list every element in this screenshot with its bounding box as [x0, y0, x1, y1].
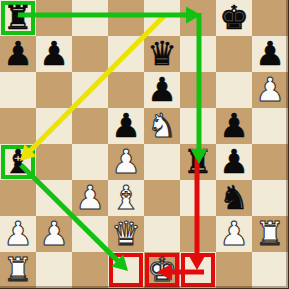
- square-c6[interactable]: [72, 72, 108, 108]
- white-pawn-g2[interactable]: ♟: [216, 216, 252, 252]
- white-rook-h2[interactable]: ♜: [252, 216, 288, 252]
- square-c2[interactable]: [72, 216, 108, 252]
- square-h5[interactable]: [252, 108, 288, 144]
- black-rook-a8[interactable]: ♜: [0, 0, 36, 36]
- square-f7[interactable]: [180, 36, 216, 72]
- square-b3[interactable]: [36, 180, 72, 216]
- highlight-box-d1: [109, 253, 143, 287]
- black-pawn-g4[interactable]: ♟: [216, 144, 252, 180]
- square-c5[interactable]: [72, 108, 108, 144]
- square-d7[interactable]: [108, 36, 144, 72]
- square-h8[interactable]: [252, 0, 288, 36]
- black-pawn-a7[interactable]: ♟: [0, 36, 36, 72]
- square-f3[interactable]: [180, 180, 216, 216]
- black-king-g8[interactable]: ♚: [216, 0, 252, 36]
- white-pawn-a2[interactable]: ♟: [0, 216, 36, 252]
- square-e2[interactable]: [144, 216, 180, 252]
- square-e3[interactable]: [144, 180, 180, 216]
- square-a5[interactable]: [0, 108, 36, 144]
- highlight-box-f1: [181, 253, 215, 287]
- white-knight-e5[interactable]: ♞: [144, 108, 180, 144]
- black-knight-g3[interactable]: ♞: [216, 180, 252, 216]
- white-bishop-d3[interactable]: ♝: [108, 180, 144, 216]
- square-g1[interactable]: [216, 252, 252, 288]
- square-b6[interactable]: [36, 72, 72, 108]
- square-b5[interactable]: [36, 108, 72, 144]
- black-pawn-d5[interactable]: ♟: [108, 108, 144, 144]
- white-rook-a1[interactable]: ♜: [0, 252, 36, 288]
- square-h3[interactable]: [252, 180, 288, 216]
- square-f8[interactable]: [180, 0, 216, 36]
- square-c7[interactable]: [72, 36, 108, 72]
- square-g6[interactable]: [216, 72, 252, 108]
- square-g7[interactable]: [216, 36, 252, 72]
- square-c1[interactable]: [72, 252, 108, 288]
- square-b4[interactable]: [36, 144, 72, 180]
- white-pawn-h6[interactable]: ♟: [252, 72, 288, 108]
- square-h4[interactable]: [252, 144, 288, 180]
- square-a6[interactable]: [0, 72, 36, 108]
- square-e4[interactable]: [144, 144, 180, 180]
- black-pawn-e6[interactable]: ♟: [144, 72, 180, 108]
- square-b8[interactable]: [36, 0, 72, 36]
- square-h1[interactable]: [252, 252, 288, 288]
- white-king-e1[interactable]: ♚: [144, 252, 180, 288]
- black-queen-e7[interactable]: ♛: [144, 36, 180, 72]
- white-pawn-c3[interactable]: ♟: [72, 180, 108, 216]
- square-d8[interactable]: [108, 0, 144, 36]
- black-rook-f4[interactable]: ♜: [180, 144, 216, 180]
- square-f6[interactable]: [180, 72, 216, 108]
- square-c8[interactable]: [72, 0, 108, 36]
- square-a3[interactable]: [0, 180, 36, 216]
- square-e8[interactable]: [144, 0, 180, 36]
- square-d6[interactable]: [108, 72, 144, 108]
- white-queen-d2[interactable]: ♛: [108, 216, 144, 252]
- black-pawn-h7[interactable]: ♟: [252, 36, 288, 72]
- square-f2[interactable]: [180, 216, 216, 252]
- white-pawn-d4[interactable]: ♟: [108, 144, 144, 180]
- black-pawn-b7[interactable]: ♟: [36, 36, 72, 72]
- chess-board[interactable]: ♜♚♟♟♛♟♟♟♟♞♟♝♟♜♟♟♝♞♟♟♛♟♜♜♚: [0, 0, 289, 289]
- black-pawn-g5[interactable]: ♟: [216, 108, 252, 144]
- square-b1[interactable]: [36, 252, 72, 288]
- square-c4[interactable]: [72, 144, 108, 180]
- white-pawn-b2[interactable]: ♟: [36, 216, 72, 252]
- black-bishop-a4[interactable]: ♝: [0, 144, 36, 180]
- square-f5[interactable]: [180, 108, 216, 144]
